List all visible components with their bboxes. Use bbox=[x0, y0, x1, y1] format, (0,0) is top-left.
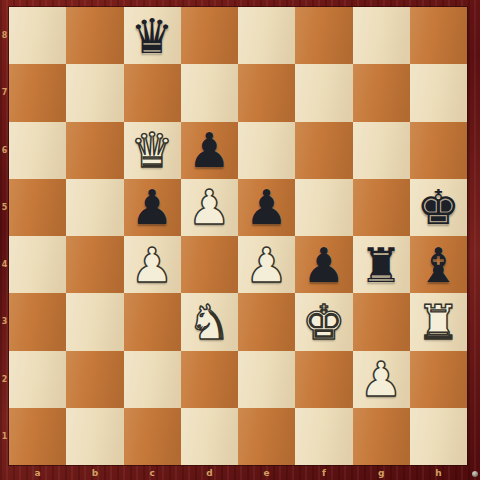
square-f5[interactable] bbox=[295, 179, 352, 236]
square-c1[interactable] bbox=[124, 408, 181, 465]
file-labels: abcdefgh bbox=[9, 465, 467, 480]
square-h6[interactable] bbox=[410, 122, 467, 179]
square-g7[interactable] bbox=[353, 64, 410, 121]
square-g4[interactable]: ♜ bbox=[353, 236, 410, 293]
square-a3[interactable] bbox=[9, 293, 66, 350]
square-c3[interactable] bbox=[124, 293, 181, 350]
black-pawn-c5[interactable]: ♟ bbox=[124, 179, 181, 236]
square-a5[interactable] bbox=[9, 179, 66, 236]
rank-label-5: 5 bbox=[0, 179, 9, 236]
square-b8[interactable] bbox=[66, 7, 123, 64]
square-a4[interactable] bbox=[9, 236, 66, 293]
file-label-b: b bbox=[66, 465, 123, 480]
square-e3[interactable] bbox=[238, 293, 295, 350]
square-f8[interactable] bbox=[295, 7, 352, 64]
file-label-g: g bbox=[353, 465, 410, 480]
white-rook-h3[interactable]: ♜ bbox=[410, 293, 467, 350]
frame-pin-icon bbox=[472, 471, 478, 477]
file-label-a: a bbox=[9, 465, 66, 480]
rank-labels: 87654321 bbox=[0, 7, 9, 465]
black-pawn-d6[interactable]: ♟ bbox=[181, 122, 238, 179]
square-d2[interactable] bbox=[181, 351, 238, 408]
square-c4[interactable]: ♟ bbox=[124, 236, 181, 293]
square-a1[interactable] bbox=[9, 408, 66, 465]
square-h7[interactable] bbox=[410, 64, 467, 121]
white-queen-c6[interactable]: ♛ bbox=[124, 122, 181, 179]
square-e6[interactable] bbox=[238, 122, 295, 179]
square-c7[interactable] bbox=[124, 64, 181, 121]
square-h3[interactable]: ♜ bbox=[410, 293, 467, 350]
square-d3[interactable]: ♞ bbox=[181, 293, 238, 350]
square-e7[interactable] bbox=[238, 64, 295, 121]
square-g3[interactable] bbox=[353, 293, 410, 350]
file-label-f: f bbox=[295, 465, 352, 480]
black-pawn-e5[interactable]: ♟ bbox=[238, 179, 295, 236]
black-king-h5[interactable]: ♚ bbox=[410, 179, 467, 236]
square-g5[interactable] bbox=[353, 179, 410, 236]
square-e1[interactable] bbox=[238, 408, 295, 465]
rank-label-2: 2 bbox=[0, 351, 9, 408]
black-pawn-f4[interactable]: ♟ bbox=[295, 236, 352, 293]
square-d1[interactable] bbox=[181, 408, 238, 465]
rank-label-8: 8 bbox=[0, 7, 9, 64]
square-g1[interactable] bbox=[353, 408, 410, 465]
square-b6[interactable] bbox=[66, 122, 123, 179]
square-b5[interactable] bbox=[66, 179, 123, 236]
square-a2[interactable] bbox=[9, 351, 66, 408]
white-pawn-e4[interactable]: ♟ bbox=[238, 236, 295, 293]
rank-label-6: 6 bbox=[0, 122, 9, 179]
chess-board-frame: 87654321 ♛♛♟♟♟♟♚♟♟♟♜♝♞♚♜♟ abcdefgh bbox=[0, 0, 480, 480]
square-c2[interactable] bbox=[124, 351, 181, 408]
file-label-e: e bbox=[238, 465, 295, 480]
square-c6[interactable]: ♛ bbox=[124, 122, 181, 179]
square-g8[interactable] bbox=[353, 7, 410, 64]
white-pawn-d5[interactable]: ♟ bbox=[181, 179, 238, 236]
square-h1[interactable] bbox=[410, 408, 467, 465]
square-b2[interactable] bbox=[66, 351, 123, 408]
square-h5[interactable]: ♚ bbox=[410, 179, 467, 236]
rank-label-7: 7 bbox=[0, 64, 9, 121]
square-h8[interactable] bbox=[410, 7, 467, 64]
rank-label-3: 3 bbox=[0, 293, 9, 350]
white-knight-d3[interactable]: ♞ bbox=[181, 293, 238, 350]
square-e8[interactable] bbox=[238, 7, 295, 64]
square-g2[interactable]: ♟ bbox=[353, 351, 410, 408]
file-label-h: h bbox=[410, 465, 467, 480]
square-h4[interactable]: ♝ bbox=[410, 236, 467, 293]
white-pawn-g2[interactable]: ♟ bbox=[353, 351, 410, 408]
square-b1[interactable] bbox=[66, 408, 123, 465]
square-d4[interactable] bbox=[181, 236, 238, 293]
square-b3[interactable] bbox=[66, 293, 123, 350]
square-b7[interactable] bbox=[66, 64, 123, 121]
square-a8[interactable] bbox=[9, 7, 66, 64]
square-d6[interactable]: ♟ bbox=[181, 122, 238, 179]
white-pawn-c4[interactable]: ♟ bbox=[124, 236, 181, 293]
square-g6[interactable] bbox=[353, 122, 410, 179]
square-h2[interactable] bbox=[410, 351, 467, 408]
rank-label-1: 1 bbox=[0, 408, 9, 465]
black-rook-g4[interactable]: ♜ bbox=[353, 236, 410, 293]
square-a7[interactable] bbox=[9, 64, 66, 121]
square-d7[interactable] bbox=[181, 64, 238, 121]
square-d5[interactable]: ♟ bbox=[181, 179, 238, 236]
square-f2[interactable] bbox=[295, 351, 352, 408]
chess-board: ♛♛♟♟♟♟♚♟♟♟♜♝♞♚♜♟ bbox=[9, 7, 467, 465]
square-f7[interactable] bbox=[295, 64, 352, 121]
square-a6[interactable] bbox=[9, 122, 66, 179]
square-f1[interactable] bbox=[295, 408, 352, 465]
black-bishop-h4[interactable]: ♝ bbox=[410, 236, 467, 293]
square-f3[interactable]: ♚ bbox=[295, 293, 352, 350]
square-c5[interactable]: ♟ bbox=[124, 179, 181, 236]
square-f4[interactable]: ♟ bbox=[295, 236, 352, 293]
square-e4[interactable]: ♟ bbox=[238, 236, 295, 293]
square-d8[interactable] bbox=[181, 7, 238, 64]
square-e5[interactable]: ♟ bbox=[238, 179, 295, 236]
file-label-d: d bbox=[181, 465, 238, 480]
square-c8[interactable]: ♛ bbox=[124, 7, 181, 64]
rank-label-4: 4 bbox=[0, 236, 9, 293]
file-label-c: c bbox=[124, 465, 181, 480]
black-queen-c8[interactable]: ♛ bbox=[124, 7, 181, 64]
white-king-f3[interactable]: ♚ bbox=[295, 293, 352, 350]
square-b4[interactable] bbox=[66, 236, 123, 293]
square-e2[interactable] bbox=[238, 351, 295, 408]
square-f6[interactable] bbox=[295, 122, 352, 179]
